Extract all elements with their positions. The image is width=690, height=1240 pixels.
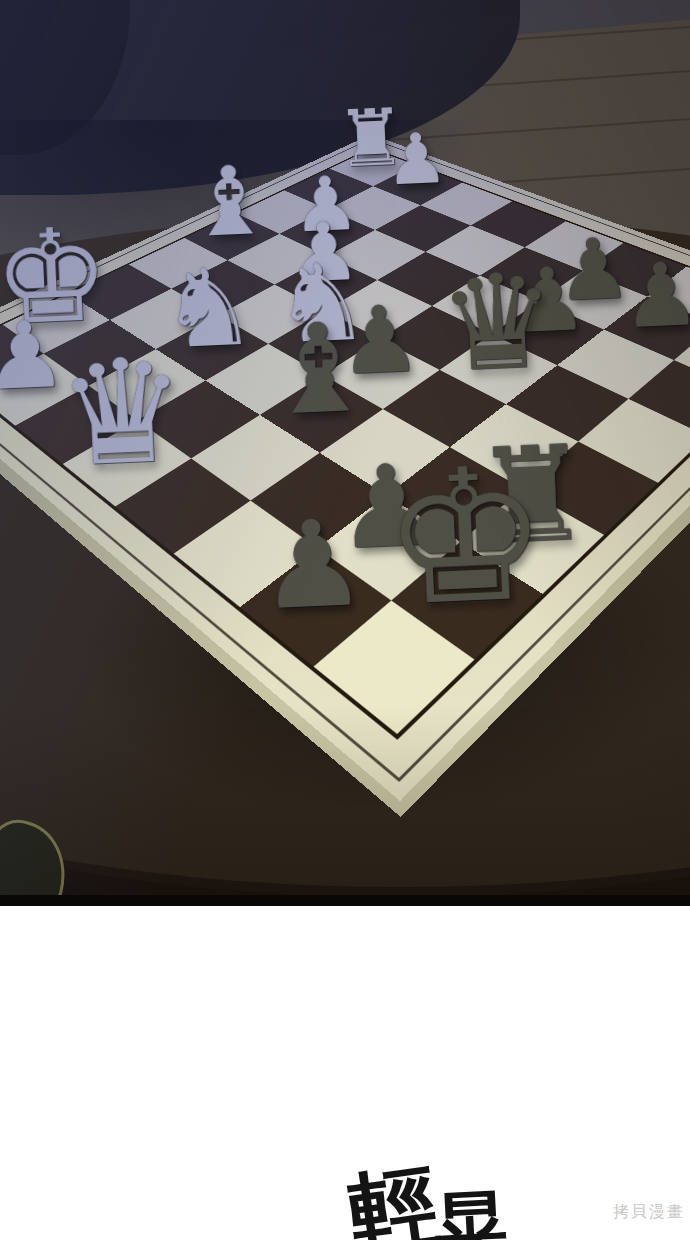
caption-area: 輕 晃 拷貝漫畫 [0,906,690,1240]
sfx-text-char1: 輕 [342,1144,446,1240]
panel-bottom-border [0,895,690,906]
artwork-panel: ♚♛♜♝♞♞♟♟♟♟♚♜♛♝♟♟♟♟♟♟ [0,0,690,906]
sfx-text-char2: 晃 [431,1176,512,1240]
comic-page: ♚♛♜♝♞♞♟♟♟♟♚♜♛♝♟♟♟♟♟♟ 輕 晃 拷貝漫畫 [0,0,690,1240]
chessboard-scene: ♚♛♜♝♞♞♟♟♟♟♚♜♛♝♟♟♟♟♟♟ [0,0,690,906]
watermark: 拷貝漫畫 [613,1202,685,1223]
